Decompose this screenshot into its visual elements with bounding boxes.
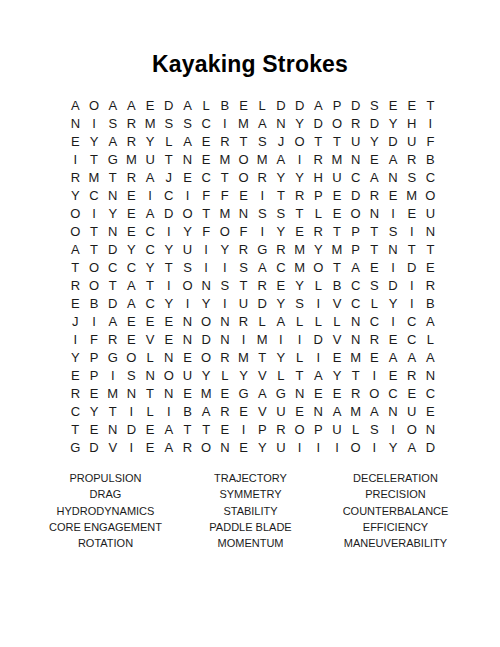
grid-cell[interactable]: A [141, 168, 160, 186]
grid-cell[interactable]: Y [328, 366, 347, 384]
grid-cell[interactable]: E [66, 366, 85, 384]
grid-cell[interactable]: A [122, 96, 141, 114]
grid-cell[interactable]: L [253, 96, 272, 114]
grid-cell[interactable]: V [253, 402, 272, 420]
grid-cell[interactable]: M [122, 150, 141, 168]
grid-cell[interactable]: U [178, 240, 197, 258]
grid-cell[interactable]: O [66, 222, 85, 240]
grid-cell[interactable]: A [421, 348, 440, 366]
grid-cell[interactable]: R [402, 150, 421, 168]
grid-cell[interactable]: E [85, 384, 104, 402]
grid-cell[interactable]: N [103, 420, 122, 438]
grid-cell[interactable]: P [309, 420, 328, 438]
grid-cell[interactable]: M [103, 384, 122, 402]
grid-cell[interactable]: R [178, 438, 197, 456]
grid-cell[interactable]: T [66, 258, 85, 276]
grid-cell[interactable]: R [66, 168, 85, 186]
grid-cell[interactable]: L [141, 402, 160, 420]
grid-cell[interactable]: E [309, 384, 328, 402]
grid-cell[interactable]: M [216, 150, 235, 168]
grid-cell[interactable]: E [402, 384, 421, 402]
grid-cell[interactable]: C [141, 240, 160, 258]
grid-cell[interactable]: D [253, 294, 272, 312]
grid-cell[interactable]: E [384, 366, 403, 384]
grid-cell[interactable]: T [234, 276, 253, 294]
grid-cell[interactable]: A [103, 312, 122, 330]
grid-cell[interactable]: A [384, 348, 403, 366]
grid-cell[interactable]: I [85, 312, 104, 330]
grid-cell[interactable]: L [272, 366, 291, 384]
grid-cell[interactable]: I [178, 294, 197, 312]
grid-cell[interactable]: T [66, 420, 85, 438]
grid-cell[interactable]: T [141, 276, 160, 294]
grid-cell[interactable]: T [290, 204, 309, 222]
grid-cell[interactable]: T [309, 132, 328, 150]
grid-cell[interactable]: I [197, 240, 216, 258]
grid-cell[interactable]: D [103, 294, 122, 312]
grid-cell[interactable]: M [234, 348, 253, 366]
grid-cell[interactable]: E [66, 294, 85, 312]
grid-cell[interactable]: R [290, 186, 309, 204]
grid-cell[interactable]: M [234, 114, 253, 132]
grid-cell[interactable]: U [272, 438, 291, 456]
grid-cell[interactable]: I [159, 276, 178, 294]
grid-cell[interactable]: R [234, 312, 253, 330]
grid-cell[interactable]: A [159, 438, 178, 456]
grid-cell[interactable]: V [253, 366, 272, 384]
grid-cell[interactable]: E [421, 402, 440, 420]
grid-cell[interactable]: T [85, 222, 104, 240]
grid-cell[interactable]: N [216, 438, 235, 456]
grid-cell[interactable]: T [159, 150, 178, 168]
grid-cell[interactable]: M [346, 348, 365, 366]
grid-cell[interactable]: I [253, 186, 272, 204]
grid-cell[interactable]: O [234, 150, 253, 168]
grid-cell[interactable]: L [141, 348, 160, 366]
grid-cell[interactable]: O [421, 186, 440, 204]
grid-cell[interactable]: R [309, 222, 328, 240]
grid-cell[interactable]: V [328, 330, 347, 348]
grid-cell[interactable]: O [216, 222, 235, 240]
grid-cell[interactable]: M [290, 258, 309, 276]
grid-cell[interactable]: O [365, 384, 384, 402]
grid-cell[interactable]: T [290, 366, 309, 384]
grid-cell[interactable]: I [234, 420, 253, 438]
grid-cell[interactable]: E [290, 402, 309, 420]
grid-cell[interactable]: F [197, 222, 216, 240]
grid-cell[interactable]: S [253, 204, 272, 222]
grid-cell[interactable]: E [365, 258, 384, 276]
grid-cell[interactable]: E [384, 96, 403, 114]
grid-cell[interactable]: H [309, 168, 328, 186]
grid-cell[interactable]: B [328, 276, 347, 294]
grid-cell[interactable]: P [346, 240, 365, 258]
grid-cell[interactable]: N [66, 114, 85, 132]
grid-cell[interactable]: F [421, 132, 440, 150]
grid-cell[interactable]: J [66, 312, 85, 330]
grid-cell[interactable]: R [122, 132, 141, 150]
grid-cell[interactable]: C [141, 294, 160, 312]
grid-cell[interactable]: R [253, 168, 272, 186]
grid-cell[interactable]: A [272, 312, 291, 330]
grid-cell[interactable]: O [309, 258, 328, 276]
grid-cell[interactable]: L [309, 276, 328, 294]
grid-cell[interactable]: I [309, 438, 328, 456]
grid-cell[interactable]: O [402, 420, 421, 438]
grid-cell[interactable]: A [365, 402, 384, 420]
grid-cell[interactable]: L [253, 312, 272, 330]
grid-cell[interactable]: N [384, 168, 403, 186]
grid-cell[interactable]: T [85, 240, 104, 258]
grid-cell[interactable]: N [346, 150, 365, 168]
grid-cell[interactable]: R [216, 402, 235, 420]
grid-cell[interactable]: D [402, 258, 421, 276]
grid-cell[interactable]: Y [159, 294, 178, 312]
grid-cell[interactable]: F [216, 186, 235, 204]
grid-cell[interactable]: O [197, 348, 216, 366]
grid-cell[interactable]: I [272, 330, 291, 348]
grid-cell[interactable]: Y [272, 168, 291, 186]
grid-cell[interactable]: R [272, 420, 291, 438]
grid-cell[interactable]: O [85, 276, 104, 294]
grid-cell[interactable]: D [103, 240, 122, 258]
grid-cell[interactable]: Y [216, 240, 235, 258]
grid-cell[interactable]: T [234, 132, 253, 150]
grid-cell[interactable]: T [103, 168, 122, 186]
grid-cell[interactable]: S [216, 276, 235, 294]
grid-cell[interactable]: B [85, 294, 104, 312]
grid-cell[interactable]: E [290, 222, 309, 240]
grid-cell[interactable]: I [122, 438, 141, 456]
grid-cell[interactable]: Y [85, 402, 104, 420]
grid-cell[interactable]: L [216, 366, 235, 384]
grid-cell[interactable]: N [216, 312, 235, 330]
grid-cell[interactable]: U [421, 204, 440, 222]
grid-cell[interactable]: L [290, 348, 309, 366]
grid-cell[interactable]: A [365, 168, 384, 186]
grid-cell[interactable]: I [253, 222, 272, 240]
grid-cell[interactable]: S [365, 420, 384, 438]
grid-cell[interactable]: L [290, 312, 309, 330]
grid-cell[interactable]: E [159, 330, 178, 348]
grid-cell[interactable]: R [216, 348, 235, 366]
grid-cell[interactable]: I [309, 294, 328, 312]
grid-cell[interactable]: S [178, 114, 197, 132]
grid-cell[interactable]: P [309, 186, 328, 204]
grid-cell[interactable]: O [328, 114, 347, 132]
grid-cell[interactable]: L [309, 204, 328, 222]
grid-cell[interactable]: N [122, 384, 141, 402]
grid-cell[interactable]: D [197, 330, 216, 348]
grid-cell[interactable]: E [122, 186, 141, 204]
grid-cell[interactable]: E [365, 150, 384, 168]
grid-cell[interactable]: E [216, 420, 235, 438]
grid-cell[interactable]: E [197, 132, 216, 150]
grid-cell[interactable]: N [365, 204, 384, 222]
grid-cell[interactable]: G [103, 348, 122, 366]
grid-cell[interactable]: Y [253, 438, 272, 456]
grid-cell[interactable]: S [384, 222, 403, 240]
grid-cell[interactable]: I [402, 276, 421, 294]
grid-cell[interactable]: E [178, 384, 197, 402]
grid-cell[interactable]: T [421, 96, 440, 114]
grid-cell[interactable]: R [66, 384, 85, 402]
grid-cell[interactable]: M [402, 186, 421, 204]
grid-cell[interactable]: I [384, 204, 403, 222]
grid-cell[interactable]: L [421, 330, 440, 348]
grid-cell[interactable]: C [384, 384, 403, 402]
grid-cell[interactable]: S [365, 276, 384, 294]
grid-cell[interactable]: Y [234, 366, 253, 384]
grid-cell[interactable]: D [346, 186, 365, 204]
grid-cell[interactable]: I [216, 114, 235, 132]
grid-cell[interactable]: A [346, 258, 365, 276]
grid-cell[interactable]: B [178, 402, 197, 420]
grid-cell[interactable]: E [328, 384, 347, 402]
grid-cell[interactable]: C [402, 312, 421, 330]
grid-cell[interactable]: B [421, 150, 440, 168]
grid-cell[interactable]: C [197, 114, 216, 132]
grid-cell[interactable]: O [346, 204, 365, 222]
grid-cell[interactable]: L [197, 96, 216, 114]
grid-cell[interactable]: C [365, 312, 384, 330]
grid-cell[interactable]: Y [384, 294, 403, 312]
grid-cell[interactable]: R [421, 276, 440, 294]
grid-cell[interactable]: U [328, 420, 347, 438]
grid-cell[interactable]: R [122, 168, 141, 186]
grid-cell[interactable]: S [159, 114, 178, 132]
grid-cell[interactable]: E [402, 204, 421, 222]
grid-cell[interactable]: O [346, 438, 365, 456]
grid-cell[interactable]: C [159, 186, 178, 204]
grid-cell[interactable]: T [272, 186, 291, 204]
grid-cell[interactable]: A [328, 402, 347, 420]
grid-cell[interactable]: R [309, 150, 328, 168]
grid-cell[interactable]: D [421, 438, 440, 456]
grid-cell[interactable]: B [216, 96, 235, 114]
grid-cell[interactable]: A [253, 384, 272, 402]
grid-cell[interactable]: A [384, 150, 403, 168]
grid-cell[interactable]: L [159, 132, 178, 150]
grid-cell[interactable]: P [85, 366, 104, 384]
grid-cell[interactable]: S [272, 204, 291, 222]
grid-cell[interactable]: P [85, 348, 104, 366]
grid-cell[interactable]: E [402, 96, 421, 114]
grid-cell[interactable]: A [272, 150, 291, 168]
grid-cell[interactable]: O [66, 204, 85, 222]
grid-cell[interactable]: S [178, 258, 197, 276]
grid-cell[interactable]: M [197, 384, 216, 402]
grid-cell[interactable]: O [85, 258, 104, 276]
grid-cell[interactable]: M [290, 240, 309, 258]
grid-cell[interactable]: D [346, 96, 365, 114]
grid-cell[interactable]: J [272, 132, 291, 150]
grid-cell[interactable]: Y [66, 348, 85, 366]
grid-cell[interactable]: Y [384, 114, 403, 132]
grid-cell[interactable]: S [290, 294, 309, 312]
grid-cell[interactable]: A [141, 204, 160, 222]
grid-cell[interactable]: S [402, 168, 421, 186]
grid-cell[interactable]: A [122, 294, 141, 312]
grid-cell[interactable]: O [234, 168, 253, 186]
grid-cell[interactable]: A [178, 132, 197, 150]
grid-cell[interactable]: Y [272, 222, 291, 240]
grid-cell[interactable]: G [103, 150, 122, 168]
grid-cell[interactable]: T [253, 348, 272, 366]
grid-cell[interactable]: A [421, 312, 440, 330]
grid-cell[interactable]: O [197, 438, 216, 456]
grid-cell[interactable]: E [234, 96, 253, 114]
grid-cell[interactable]: R [272, 240, 291, 258]
grid-cell[interactable]: O [197, 312, 216, 330]
grid-cell[interactable]: R [253, 276, 272, 294]
grid-cell[interactable]: N [346, 312, 365, 330]
grid-cell[interactable]: N [178, 330, 197, 348]
grid-cell[interactable]: Y [309, 240, 328, 258]
grid-cell[interactable]: L [328, 312, 347, 330]
grid-cell[interactable]: D [122, 420, 141, 438]
grid-cell[interactable]: D [365, 114, 384, 132]
grid-cell[interactable]: I [365, 438, 384, 456]
grid-cell[interactable]: R [346, 114, 365, 132]
grid-cell[interactable]: D [384, 276, 403, 294]
grid-cell[interactable]: C [66, 402, 85, 420]
grid-cell[interactable]: C [272, 258, 291, 276]
grid-cell[interactable]: A [178, 96, 197, 114]
grid-cell[interactable]: N [309, 402, 328, 420]
grid-cell[interactable]: N [197, 276, 216, 294]
grid-cell[interactable]: E [365, 348, 384, 366]
grid-cell[interactable]: V [103, 438, 122, 456]
grid-cell[interactable]: Y [197, 366, 216, 384]
grid-cell[interactable]: S [365, 96, 384, 114]
grid-cell[interactable]: M [253, 330, 272, 348]
grid-cell[interactable]: N [159, 348, 178, 366]
grid-cell[interactable]: F [234, 222, 253, 240]
grid-cell[interactable]: D [290, 96, 309, 114]
grid-cell[interactable]: C [402, 330, 421, 348]
grid-cell[interactable]: U [234, 294, 253, 312]
grid-cell[interactable]: I [178, 186, 197, 204]
grid-cell[interactable]: U [346, 132, 365, 150]
grid-cell[interactable]: R [365, 330, 384, 348]
grid-cell[interactable]: I [66, 150, 85, 168]
grid-cell[interactable]: T [328, 258, 347, 276]
grid-cell[interactable]: I [290, 330, 309, 348]
grid-cell[interactable]: C [421, 384, 440, 402]
grid-cell[interactable]: D [309, 114, 328, 132]
grid-cell[interactable]: N [216, 330, 235, 348]
grid-cell[interactable]: E [85, 420, 104, 438]
grid-cell[interactable]: E [328, 204, 347, 222]
grid-cell[interactable]: N [178, 150, 197, 168]
grid-cell[interactable]: T [216, 168, 235, 186]
grid-cell[interactable]: R [103, 330, 122, 348]
grid-cell[interactable]: C [346, 168, 365, 186]
grid-cell[interactable]: E [122, 204, 141, 222]
grid-cell[interactable]: C [346, 294, 365, 312]
grid-cell[interactable]: D [272, 96, 291, 114]
grid-cell[interactable]: E [234, 402, 253, 420]
grid-cell[interactable]: V [141, 330, 160, 348]
grid-cell[interactable]: Y [159, 240, 178, 258]
grid-cell[interactable]: T [365, 222, 384, 240]
grid-cell[interactable]: I [159, 222, 178, 240]
grid-cell[interactable]: C [103, 258, 122, 276]
grid-cell[interactable]: L [309, 312, 328, 330]
grid-cell[interactable]: Y [290, 114, 309, 132]
grid-cell[interactable]: N [103, 222, 122, 240]
grid-cell[interactable]: N [234, 204, 253, 222]
grid-cell[interactable]: T [197, 204, 216, 222]
grid-cell[interactable]: G [66, 438, 85, 456]
grid-cell[interactable]: A [66, 240, 85, 258]
grid-cell[interactable]: E [66, 132, 85, 150]
grid-cell[interactable]: M [346, 402, 365, 420]
grid-cell[interactable]: I [197, 258, 216, 276]
grid-cell[interactable]: M [253, 150, 272, 168]
grid-cell[interactable]: T [103, 276, 122, 294]
grid-cell[interactable]: P [253, 420, 272, 438]
grid-cell[interactable]: C [421, 168, 440, 186]
grid-cell[interactable]: I [290, 150, 309, 168]
grid-cell[interactable]: I [402, 294, 421, 312]
grid-cell[interactable]: E [141, 420, 160, 438]
grid-cell[interactable]: Y [384, 438, 403, 456]
grid-cell[interactable]: R [346, 384, 365, 402]
grid-cell[interactable]: M [328, 150, 347, 168]
grid-cell[interactable]: N [290, 384, 309, 402]
grid-cell[interactable]: A [402, 348, 421, 366]
grid-cell[interactable]: Y [85, 132, 104, 150]
grid-cell[interactable]: T [328, 222, 347, 240]
grid-cell[interactable]: O [290, 420, 309, 438]
grid-cell[interactable]: N [272, 114, 291, 132]
grid-cell[interactable]: Y [365, 132, 384, 150]
grid-cell[interactable]: G [234, 384, 253, 402]
grid-cell[interactable]: B [421, 294, 440, 312]
grid-cell[interactable]: E [178, 348, 197, 366]
grid-cell[interactable]: C [141, 222, 160, 240]
grid-cell[interactable]: Y [272, 294, 291, 312]
grid-cell[interactable]: L [346, 420, 365, 438]
grid-cell[interactable]: N [421, 222, 440, 240]
grid-cell[interactable]: R [365, 186, 384, 204]
grid-cell[interactable]: Y [290, 276, 309, 294]
grid-cell[interactable]: E [141, 96, 160, 114]
grid-cell[interactable]: A [309, 366, 328, 384]
grid-cell[interactable]: T [103, 402, 122, 420]
grid-cell[interactable]: I [384, 312, 403, 330]
grid-cell[interactable]: I [384, 258, 403, 276]
grid-cell[interactable]: A [253, 258, 272, 276]
grid-cell[interactable]: I [384, 420, 403, 438]
grid-cell[interactable]: R [216, 132, 235, 150]
grid-cell[interactable]: T [402, 240, 421, 258]
grid-cell[interactable]: D [85, 438, 104, 456]
grid-cell[interactable]: D [384, 132, 403, 150]
grid-cell[interactable]: E [328, 186, 347, 204]
grid-cell[interactable]: F [197, 186, 216, 204]
grid-cell[interactable]: E [272, 276, 291, 294]
grid-cell[interactable]: N [103, 186, 122, 204]
grid-cell[interactable]: S [253, 132, 272, 150]
grid-cell[interactable]: N [384, 402, 403, 420]
grid-cell[interactable]: T [85, 150, 104, 168]
grid-cell[interactable]: D [309, 330, 328, 348]
grid-cell[interactable]: E [384, 330, 403, 348]
grid-cell[interactable]: O [178, 276, 197, 294]
